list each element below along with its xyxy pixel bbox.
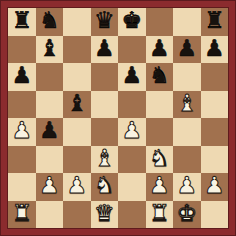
- piece-black-queen-d8: ♛: [94, 9, 115, 32]
- square-g2[interactable]: ♟: [173, 173, 201, 201]
- square-e5[interactable]: [118, 91, 146, 119]
- square-a2[interactable]: [8, 173, 36, 201]
- square-b7[interactable]: ♝: [36, 36, 64, 64]
- square-a3[interactable]: [8, 146, 36, 174]
- piece-white-bishop-g5: ♝: [176, 92, 197, 115]
- square-f5[interactable]: [146, 91, 174, 119]
- square-b5[interactable]: [36, 91, 64, 119]
- chess-board: ♜♞♛♚♜♝♟♟♟♟♟♟♞♝♝♟♟♟♝♞♟♟♞♟♟♟♜♛♜♚: [8, 8, 228, 228]
- piece-black-pawn-g7: ♟: [176, 37, 197, 60]
- square-e8[interactable]: ♚: [118, 8, 146, 36]
- square-g5[interactable]: ♝: [173, 91, 201, 119]
- square-c5[interactable]: ♝: [63, 91, 91, 119]
- square-d5[interactable]: [91, 91, 119, 119]
- chess-board-frame: ♜♞♛♚♜♝♟♟♟♟♟♟♞♝♝♟♟♟♝♞♟♟♞♟♟♟♜♛♜♚: [0, 0, 236, 236]
- square-b8[interactable]: ♞: [36, 8, 64, 36]
- square-e6[interactable]: ♟: [118, 63, 146, 91]
- square-h2[interactable]: ♟: [201, 173, 229, 201]
- piece-white-pawn-b2: ♟: [39, 174, 60, 197]
- square-h4[interactable]: [201, 118, 229, 146]
- piece-black-knight-b8: ♞: [39, 9, 60, 32]
- piece-black-knight-f6: ♞: [149, 64, 170, 87]
- square-d7[interactable]: ♟: [91, 36, 119, 64]
- square-g4[interactable]: [173, 118, 201, 146]
- square-d2[interactable]: ♞: [91, 173, 119, 201]
- square-a6[interactable]: ♟: [8, 63, 36, 91]
- square-g8[interactable]: [173, 8, 201, 36]
- piece-white-bishop-d3: ♝: [94, 147, 115, 170]
- square-b1[interactable]: [36, 201, 64, 229]
- piece-black-pawn-e6: ♟: [121, 64, 142, 87]
- square-g3[interactable]: [173, 146, 201, 174]
- piece-black-pawn-d7: ♟: [94, 37, 115, 60]
- square-h8[interactable]: ♜: [201, 8, 229, 36]
- square-a1[interactable]: ♜: [8, 201, 36, 229]
- square-c4[interactable]: [63, 118, 91, 146]
- square-b3[interactable]: [36, 146, 64, 174]
- piece-white-pawn-c2: ♟: [66, 174, 87, 197]
- square-e2[interactable]: [118, 173, 146, 201]
- square-f2[interactable]: ♟: [146, 173, 174, 201]
- square-a5[interactable]: [8, 91, 36, 119]
- square-a7[interactable]: [8, 36, 36, 64]
- piece-black-bishop-b7: ♝: [39, 37, 60, 60]
- square-e7[interactable]: [118, 36, 146, 64]
- square-h3[interactable]: [201, 146, 229, 174]
- square-f4[interactable]: [146, 118, 174, 146]
- square-h5[interactable]: [201, 91, 229, 119]
- piece-black-pawn-a6: ♟: [11, 64, 32, 87]
- square-d6[interactable]: [91, 63, 119, 91]
- square-a4[interactable]: ♟: [8, 118, 36, 146]
- piece-white-knight-f3: ♞: [149, 147, 170, 170]
- square-h6[interactable]: [201, 63, 229, 91]
- piece-white-king-g1: ♚: [176, 202, 197, 225]
- square-c8[interactable]: [63, 8, 91, 36]
- piece-white-pawn-f2: ♟: [149, 174, 170, 197]
- square-c6[interactable]: [63, 63, 91, 91]
- square-e1[interactable]: [118, 201, 146, 229]
- square-f8[interactable]: [146, 8, 174, 36]
- square-b6[interactable]: [36, 63, 64, 91]
- piece-white-rook-f1: ♜: [149, 202, 170, 225]
- square-d1[interactable]: ♛: [91, 201, 119, 229]
- piece-black-pawn-b4: ♟: [39, 119, 60, 142]
- piece-black-rook-a8: ♜: [11, 9, 32, 32]
- piece-white-knight-d2: ♞: [94, 174, 115, 197]
- piece-white-rook-a1: ♜: [11, 202, 32, 225]
- square-f6[interactable]: ♞: [146, 63, 174, 91]
- square-d8[interactable]: ♛: [91, 8, 119, 36]
- square-e4[interactable]: ♟: [118, 118, 146, 146]
- square-h1[interactable]: [201, 201, 229, 229]
- piece-black-pawn-h7: ♟: [204, 37, 225, 60]
- square-b4[interactable]: ♟: [36, 118, 64, 146]
- piece-white-pawn-e4: ♟: [121, 119, 142, 142]
- square-c7[interactable]: [63, 36, 91, 64]
- square-c1[interactable]: [63, 201, 91, 229]
- square-d4[interactable]: [91, 118, 119, 146]
- piece-white-pawn-h2: ♟: [204, 174, 225, 197]
- piece-black-rook-h8: ♜: [204, 9, 225, 32]
- square-g6[interactable]: [173, 63, 201, 91]
- piece-black-pawn-f7: ♟: [149, 37, 170, 60]
- square-c2[interactable]: ♟: [63, 173, 91, 201]
- square-c3[interactable]: [63, 146, 91, 174]
- piece-black-king-e8: ♚: [121, 9, 142, 32]
- piece-black-bishop-c5: ♝: [66, 92, 87, 115]
- piece-white-pawn-g2: ♟: [176, 174, 197, 197]
- square-e3[interactable]: [118, 146, 146, 174]
- square-h7[interactable]: ♟: [201, 36, 229, 64]
- piece-white-queen-d1: ♛: [94, 202, 115, 225]
- square-f3[interactable]: ♞: [146, 146, 174, 174]
- square-f7[interactable]: ♟: [146, 36, 174, 64]
- square-g1[interactable]: ♚: [173, 201, 201, 229]
- square-g7[interactable]: ♟: [173, 36, 201, 64]
- piece-white-pawn-a4: ♟: [11, 119, 32, 142]
- square-d3[interactable]: ♝: [91, 146, 119, 174]
- square-b2[interactable]: ♟: [36, 173, 64, 201]
- square-f1[interactable]: ♜: [146, 201, 174, 229]
- square-a8[interactable]: ♜: [8, 8, 36, 36]
